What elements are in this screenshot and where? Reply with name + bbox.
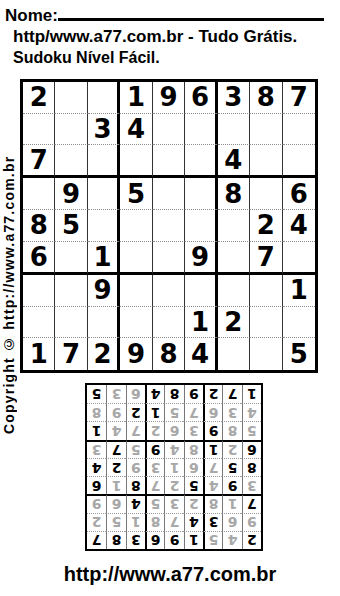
- cell-r6c9[interactable]: [283, 242, 315, 275]
- sudoku-puzzle-grid: 2196387347495868524619791121729845: [20, 79, 318, 373]
- solution-cell-r5c5: 1: [164, 458, 183, 476]
- solution-cell-r5c6: 3: [145, 458, 164, 476]
- solution-cell-r7c6: 2: [145, 421, 164, 439]
- cell-r2c6[interactable]: [185, 114, 217, 146]
- cell-r4c6[interactable]: [185, 178, 217, 210]
- solution-cell-r6c8: 7: [106, 440, 125, 458]
- cell-r5c5[interactable]: [153, 210, 185, 242]
- cell-r6c6[interactable]: 9: [185, 242, 217, 275]
- solution-cell-r9c7: 6: [126, 385, 145, 403]
- solution-cell-r1c7: 3: [126, 531, 145, 549]
- cell-r2c7[interactable]: [218, 114, 250, 146]
- cell-r6c7[interactable]: [218, 242, 250, 275]
- solution-cell-r4c7: 8: [126, 476, 145, 494]
- cell-r3c1[interactable]: 7: [23, 145, 55, 178]
- solution-cell-r1c1: 2: [242, 531, 261, 549]
- solution-cell-r2c1: 9: [242, 513, 261, 531]
- cell-r4c4[interactable]: 5: [120, 178, 152, 210]
- cell-r5c8[interactable]: 2: [250, 210, 282, 242]
- solution-cell-r7c4: 3: [184, 421, 203, 439]
- cell-r3c2[interactable]: [55, 145, 87, 178]
- solution-cell-r7c2: 8: [222, 421, 241, 439]
- cell-r7c9[interactable]: 1: [283, 275, 315, 307]
- solution-cell-r9c1: 1: [242, 385, 261, 403]
- cell-r5c2[interactable]: 5: [55, 210, 87, 242]
- sudoku-solution-grid-rotated: 2451963879634781527182354693945278168576…: [85, 383, 263, 551]
- solution-cell-r4c6: 7: [145, 476, 164, 494]
- cell-r1c1[interactable]: 2: [23, 82, 55, 114]
- cell-r8c8[interactable]: [250, 307, 282, 339]
- cell-r7c7[interactable]: [218, 275, 250, 307]
- solution-cell-r6c4: 8: [184, 440, 203, 458]
- solution-cell-r5c2: 5: [222, 458, 241, 476]
- cell-r7c8[interactable]: [250, 275, 282, 307]
- cell-r8c1[interactable]: [23, 307, 55, 339]
- solution-cell-r7c7: 7: [126, 421, 145, 439]
- solution-cell-r2c6: 8: [145, 513, 164, 531]
- cell-r2c4[interactable]: 4: [120, 114, 152, 146]
- name-row: Nome:: [5, 3, 335, 26]
- cell-r2c9[interactable]: [283, 114, 315, 146]
- cell-r6c2[interactable]: [55, 242, 87, 275]
- cell-r8c5[interactable]: [153, 307, 185, 339]
- cell-r9c8[interactable]: [250, 338, 282, 370]
- cell-r8c4[interactable]: [120, 307, 152, 339]
- solution-cell-r3c3: 8: [203, 494, 222, 512]
- solution-cell-r9c9: 5: [87, 385, 106, 403]
- cell-r8c9[interactable]: [283, 307, 315, 339]
- cell-r9c5[interactable]: 8: [153, 338, 185, 370]
- solution-cell-r4c1: 3: [242, 476, 261, 494]
- cell-r3c7[interactable]: 4: [218, 145, 250, 178]
- solution-cell-r3c8: 6: [106, 494, 125, 512]
- solution-cell-r9c6: 4: [145, 385, 164, 403]
- cell-r6c5[interactable]: [153, 242, 185, 275]
- cell-r9c4[interactable]: 9: [120, 338, 152, 370]
- solution-cell-r5c8: 2: [106, 458, 125, 476]
- cell-r5c1[interactable]: 8: [23, 210, 55, 242]
- cell-r9c6[interactable]: 4: [185, 338, 217, 370]
- cell-r1c7[interactable]: 3: [218, 82, 250, 114]
- cell-r7c5[interactable]: [153, 275, 185, 307]
- solution-cell-r4c9: 6: [87, 476, 106, 494]
- solution-cell-r7c5: 6: [164, 421, 183, 439]
- site-tagline: http/www.a77.com.br - Tudo Grátis.: [13, 27, 297, 47]
- cell-r2c8[interactable]: [250, 114, 282, 146]
- solution-cell-r6c2: 2: [222, 440, 241, 458]
- solution-cell-r7c3: 9: [203, 421, 222, 439]
- solution-cell-r1c4: 1: [184, 531, 203, 549]
- cell-r5c6[interactable]: [185, 210, 217, 242]
- solution-cell-r4c5: 2: [164, 476, 183, 494]
- cell-r1c5[interactable]: 9: [153, 82, 185, 114]
- solution-cell-r1c3: 5: [203, 531, 222, 549]
- solution-cell-r8c3: 6: [203, 403, 222, 421]
- solution-cell-r8c4: 7: [184, 403, 203, 421]
- solution-cell-r6c5: 4: [164, 440, 183, 458]
- cell-r4c8[interactable]: [250, 178, 282, 210]
- solution-cell-r8c2: 3: [222, 403, 241, 421]
- cell-r8c2[interactable]: [55, 307, 87, 339]
- cell-r7c3[interactable]: 9: [88, 275, 120, 307]
- cell-r3c3[interactable]: [88, 145, 120, 178]
- solution-cell-r8c7: 2: [126, 403, 145, 421]
- cell-r8c7[interactable]: 2: [218, 307, 250, 339]
- solution-cell-r2c3: 3: [203, 513, 222, 531]
- solution-cell-r7c8: 4: [106, 421, 125, 439]
- cell-r3c6[interactable]: [185, 145, 217, 178]
- solution-cell-r4c4: 5: [184, 476, 203, 494]
- cell-r4c2[interactable]: 9: [55, 178, 87, 210]
- solution-cell-r2c5: 7: [164, 513, 183, 531]
- solution-cell-r2c2: 6: [222, 513, 241, 531]
- cell-r9c1[interactable]: 1: [23, 338, 55, 370]
- cell-r8c3[interactable]: [88, 307, 120, 339]
- solution-cell-r2c7: 1: [126, 513, 145, 531]
- solution-cell-r1c5: 9: [164, 531, 183, 549]
- solution-cell-r6c9: 3: [87, 440, 106, 458]
- cell-r7c2[interactable]: [55, 275, 87, 307]
- solution-cell-r8c1: 4: [242, 403, 261, 421]
- solution-cell-r8c5: 5: [164, 403, 183, 421]
- solution-cell-r3c7: 4: [126, 494, 145, 512]
- solution-cell-r1c8: 8: [106, 531, 125, 549]
- solution-cell-r9c8: 3: [106, 385, 125, 403]
- solution-cell-r8c8: 9: [106, 403, 125, 421]
- solution-cell-r8c6: 1: [145, 403, 164, 421]
- cell-r5c9[interactable]: 4: [283, 210, 315, 242]
- solution-cell-r3c5: 3: [164, 494, 183, 512]
- solution-cell-r6c6: 9: [145, 440, 164, 458]
- copyright-vertical-text: Copyright © http://www.a77.com.br: [1, 82, 18, 434]
- solution-cell-r6c1: 6: [242, 440, 261, 458]
- cell-r2c2[interactable]: [55, 114, 87, 146]
- name-blank-line: [58, 3, 324, 21]
- cell-r7c6[interactable]: [185, 275, 217, 307]
- cell-r1c3[interactable]: [88, 82, 120, 114]
- solution-cell-r6c3: 1: [203, 440, 222, 458]
- cell-r5c7[interactable]: [218, 210, 250, 242]
- cell-r8c6[interactable]: 1: [185, 307, 217, 339]
- solution-cell-r9c3: 2: [203, 385, 222, 403]
- cell-r9c2[interactable]: 7: [55, 338, 87, 370]
- cell-r5c3[interactable]: [88, 210, 120, 242]
- cell-r2c1[interactable]: [23, 114, 55, 146]
- solution-cell-r2c4: 4: [184, 513, 203, 531]
- cell-r6c4[interactable]: [120, 242, 152, 275]
- cell-r1c4[interactable]: 1: [120, 82, 152, 114]
- cell-r6c8[interactable]: 7: [250, 242, 282, 275]
- cell-r4c9[interactable]: 6: [283, 178, 315, 210]
- solution-cell-r3c1: 7: [242, 494, 261, 512]
- solution-cell-r1c6: 6: [145, 531, 164, 549]
- cell-r4c3[interactable]: [88, 178, 120, 210]
- footer-url: http://www.a77.com.br: [0, 563, 340, 586]
- puzzle-title: Sudoku Nível Fácil.: [13, 49, 160, 67]
- cell-r3c5[interactable]: [153, 145, 185, 178]
- cell-r2c5[interactable]: [153, 114, 185, 146]
- cell-r9c3[interactable]: 2: [88, 338, 120, 370]
- solution-cell-r4c2: 9: [222, 476, 241, 494]
- cell-r9c9[interactable]: 5: [283, 338, 315, 370]
- solution-cell-r9c5: 8: [164, 385, 183, 403]
- cell-r9c7[interactable]: [218, 338, 250, 370]
- cell-r4c1[interactable]: [23, 178, 55, 210]
- solution-cell-r5c4: 6: [184, 458, 203, 476]
- cell-r6c1[interactable]: 6: [23, 242, 55, 275]
- solution-cell-r3c9: 9: [87, 494, 106, 512]
- cell-r2c3[interactable]: 3: [88, 114, 120, 146]
- cell-r7c4[interactable]: [120, 275, 152, 307]
- cell-r4c7[interactable]: 8: [218, 178, 250, 210]
- cell-r3c9[interactable]: [283, 145, 315, 178]
- solution-cell-r5c9: 4: [87, 458, 106, 476]
- solution-cell-r5c1: 8: [242, 458, 261, 476]
- solution-cell-r5c7: 9: [126, 458, 145, 476]
- cell-r1c9[interactable]: 7: [283, 82, 315, 114]
- cell-r1c6[interactable]: 6: [185, 82, 217, 114]
- solution-cell-r2c9: 2: [87, 513, 106, 531]
- solution-cell-r9c2: 7: [222, 385, 241, 403]
- solution-cell-r3c6: 5: [145, 494, 164, 512]
- solution-cell-r2c8: 5: [106, 513, 125, 531]
- solution-cell-r4c8: 1: [106, 476, 125, 494]
- solution-cell-r8c9: 8: [87, 403, 106, 421]
- solution-cell-r5c3: 7: [203, 458, 222, 476]
- cell-r3c8[interactable]: [250, 145, 282, 178]
- cell-r7c1[interactable]: [23, 275, 55, 307]
- cell-r1c8[interactable]: 8: [250, 82, 282, 114]
- solution-cell-r1c9: 7: [87, 531, 106, 549]
- cell-r5c4[interactable]: [120, 210, 152, 242]
- cell-r1c2[interactable]: [55, 82, 87, 114]
- name-label: Nome:: [5, 6, 58, 25]
- solution-cell-r3c4: 2: [184, 494, 203, 512]
- solution-cell-r7c1: 5: [242, 421, 261, 439]
- solution-cell-r9c4: 9: [184, 385, 203, 403]
- solution-cell-r4c3: 4: [203, 476, 222, 494]
- solution-cell-r7c9: 1: [87, 421, 106, 439]
- cell-r6c3[interactable]: 1: [88, 242, 120, 275]
- solution-cell-r6c7: 5: [126, 440, 145, 458]
- solution-cell-r3c2: 1: [222, 494, 241, 512]
- cell-r4c5[interactable]: [153, 178, 185, 210]
- solution-cell-r1c2: 4: [222, 531, 241, 549]
- cell-r3c4[interactable]: [120, 145, 152, 178]
